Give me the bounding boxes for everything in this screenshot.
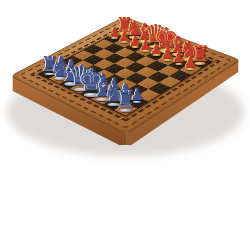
corner-marker-far	[123, 17, 126, 18]
chess-set-photo: ♜♞♝♛♚♝♞♜♟♟♟♟♟♟♟♟♟♟♟♟♟♟♟♟♜♞♝♛♚♝♞♜	[0, 0, 250, 145]
corner-marker-left	[11, 75, 14, 76]
